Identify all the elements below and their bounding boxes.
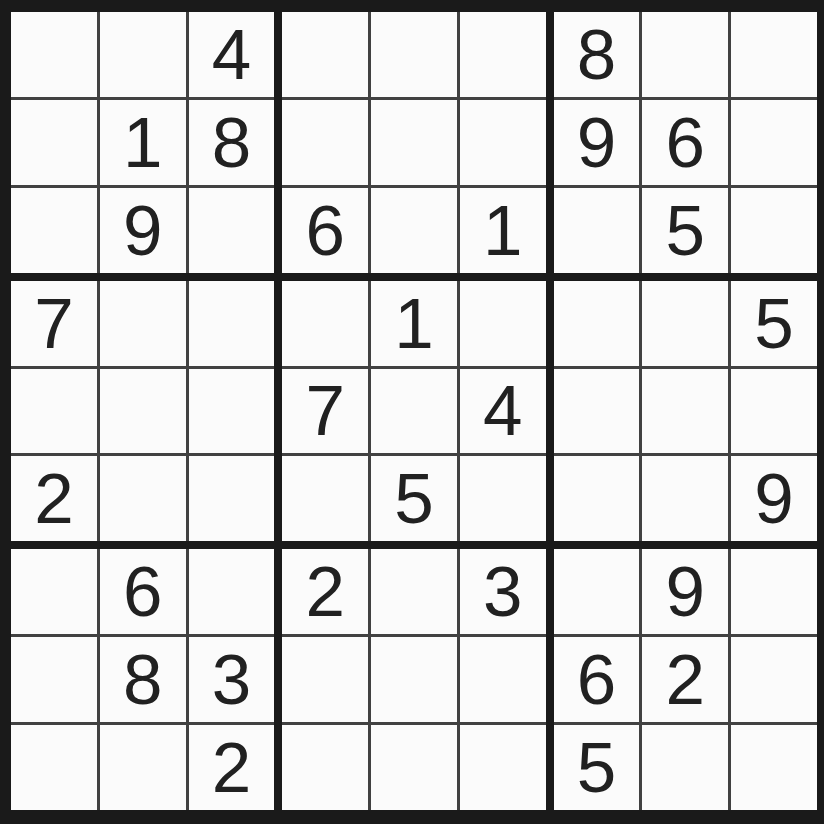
cell-r3c5[interactable] bbox=[371, 188, 457, 273]
cell-value: 1 bbox=[123, 107, 163, 178]
cell-r5c3[interactable] bbox=[189, 369, 275, 454]
cell-r3c7[interactable] bbox=[554, 188, 640, 273]
cell-r1c3[interactable]: 4 bbox=[189, 12, 275, 97]
cell-r8c9[interactable] bbox=[731, 637, 817, 722]
cell-r8c4[interactable] bbox=[282, 637, 368, 722]
cell-value: 6 bbox=[577, 644, 617, 715]
cell-r4c2[interactable] bbox=[100, 281, 186, 366]
cell-r3c1[interactable] bbox=[11, 188, 97, 273]
cell-value: 2 bbox=[34, 463, 74, 534]
cell-r4c9[interactable]: 5 bbox=[731, 281, 817, 366]
cell-r8c5[interactable] bbox=[371, 637, 457, 722]
cell-r5c6[interactable]: 4 bbox=[460, 369, 546, 454]
cell-r6c5[interactable]: 5 bbox=[371, 456, 457, 541]
cell-r6c6[interactable] bbox=[460, 456, 546, 541]
cell-value: 8 bbox=[212, 107, 252, 178]
cell-r6c7[interactable] bbox=[554, 456, 640, 541]
cell-r2c9[interactable] bbox=[731, 100, 817, 185]
cell-r5c9[interactable] bbox=[731, 369, 817, 454]
cell-r3c8[interactable]: 5 bbox=[642, 188, 728, 273]
cell-r9c1[interactable] bbox=[11, 725, 97, 810]
cell-r2c8[interactable]: 6 bbox=[642, 100, 728, 185]
cell-r7c1[interactable] bbox=[11, 549, 97, 634]
cell-r2c2[interactable]: 1 bbox=[100, 100, 186, 185]
cell-r4c6[interactable] bbox=[460, 281, 546, 366]
cell-r4c5[interactable]: 1 bbox=[371, 281, 457, 366]
cell-value: 2 bbox=[666, 644, 706, 715]
cell-r8c8[interactable]: 2 bbox=[642, 637, 728, 722]
cell-r3c9[interactable] bbox=[731, 188, 817, 273]
cell-value: 9 bbox=[123, 195, 163, 266]
cell-r1c5[interactable] bbox=[371, 12, 457, 97]
cell-r6c1[interactable]: 2 bbox=[11, 456, 97, 541]
cell-r3c6[interactable]: 1 bbox=[460, 188, 546, 273]
cell-r9c9[interactable] bbox=[731, 725, 817, 810]
cell-r8c7[interactable]: 6 bbox=[554, 637, 640, 722]
cell-value: 6 bbox=[123, 556, 163, 627]
cell-r4c4[interactable] bbox=[282, 281, 368, 366]
cell-r2c1[interactable] bbox=[11, 100, 97, 185]
cell-r9c7[interactable]: 5 bbox=[554, 725, 640, 810]
cell-r2c4[interactable] bbox=[282, 100, 368, 185]
cell-value: 8 bbox=[123, 644, 163, 715]
cell-value: 4 bbox=[212, 19, 252, 90]
cell-value: 9 bbox=[577, 107, 617, 178]
cell-r9c3[interactable]: 2 bbox=[189, 725, 275, 810]
cell-value: 1 bbox=[483, 195, 523, 266]
cell-r6c9[interactable]: 9 bbox=[731, 456, 817, 541]
cell-value: 1 bbox=[394, 288, 434, 359]
cell-r2c6[interactable] bbox=[460, 100, 546, 185]
box-4: 72 bbox=[11, 281, 274, 542]
cell-r1c1[interactable] bbox=[11, 12, 97, 97]
cell-r9c6[interactable] bbox=[460, 725, 546, 810]
cell-r7c8[interactable]: 9 bbox=[642, 549, 728, 634]
cell-r5c4[interactable]: 7 bbox=[282, 369, 368, 454]
cell-value: 5 bbox=[394, 463, 434, 534]
cell-r1c2[interactable] bbox=[100, 12, 186, 97]
cell-r5c2[interactable] bbox=[100, 369, 186, 454]
cell-r4c7[interactable] bbox=[554, 281, 640, 366]
cell-value: 5 bbox=[666, 195, 706, 266]
cell-value: 9 bbox=[666, 556, 706, 627]
cell-r7c2[interactable]: 6 bbox=[100, 549, 186, 634]
cell-r1c6[interactable] bbox=[460, 12, 546, 97]
box-9: 9625 bbox=[554, 549, 817, 810]
cell-r3c3[interactable] bbox=[189, 188, 275, 273]
cell-r4c3[interactable] bbox=[189, 281, 275, 366]
cell-r9c2[interactable] bbox=[100, 725, 186, 810]
cell-value: 3 bbox=[212, 644, 252, 715]
cell-r8c3[interactable]: 3 bbox=[189, 637, 275, 722]
cell-r6c2[interactable] bbox=[100, 456, 186, 541]
cell-r6c3[interactable] bbox=[189, 456, 275, 541]
cell-r8c2[interactable]: 8 bbox=[100, 637, 186, 722]
box-6: 59 bbox=[554, 281, 817, 542]
cell-r2c5[interactable] bbox=[371, 100, 457, 185]
cell-r7c9[interactable] bbox=[731, 549, 817, 634]
sudoku-board: 4189618965721745596832239625 bbox=[0, 0, 824, 824]
cell-value: 6 bbox=[666, 107, 706, 178]
cell-r6c4[interactable] bbox=[282, 456, 368, 541]
box-1: 4189 bbox=[11, 12, 274, 273]
cell-value: 5 bbox=[754, 288, 794, 359]
cell-value: 2 bbox=[212, 732, 252, 803]
cell-r8c1[interactable] bbox=[11, 637, 97, 722]
cell-r9c8[interactable] bbox=[642, 725, 728, 810]
cell-r7c7[interactable] bbox=[554, 549, 640, 634]
cell-r5c7[interactable] bbox=[554, 369, 640, 454]
cell-r7c3[interactable] bbox=[189, 549, 275, 634]
cell-r9c5[interactable] bbox=[371, 725, 457, 810]
cell-r7c6[interactable]: 3 bbox=[460, 549, 546, 634]
cell-r6c8[interactable] bbox=[642, 456, 728, 541]
box-3: 8965 bbox=[554, 12, 817, 273]
box-5: 1745 bbox=[282, 281, 545, 542]
cell-r1c9[interactable] bbox=[731, 12, 817, 97]
cell-value: 9 bbox=[754, 463, 794, 534]
cell-r4c1[interactable]: 7 bbox=[11, 281, 97, 366]
cell-value: 7 bbox=[305, 375, 345, 446]
cell-r4c8[interactable] bbox=[642, 281, 728, 366]
cell-r5c5[interactable] bbox=[371, 369, 457, 454]
cell-value: 6 bbox=[305, 195, 345, 266]
cell-r5c8[interactable] bbox=[642, 369, 728, 454]
cell-r1c7[interactable]: 8 bbox=[554, 12, 640, 97]
cell-value: 5 bbox=[577, 732, 617, 803]
cell-r5c1[interactable] bbox=[11, 369, 97, 454]
cell-value: 3 bbox=[483, 556, 523, 627]
cell-value: 4 bbox=[483, 375, 523, 446]
cell-r1c4[interactable] bbox=[282, 12, 368, 97]
cell-r2c7[interactable]: 9 bbox=[554, 100, 640, 185]
cell-r8c6[interactable] bbox=[460, 637, 546, 722]
cell-r7c5[interactable] bbox=[371, 549, 457, 634]
box-2: 61 bbox=[282, 12, 545, 273]
cell-r7c4[interactable]: 2 bbox=[282, 549, 368, 634]
box-7: 6832 bbox=[11, 549, 274, 810]
cell-r1c8[interactable] bbox=[642, 12, 728, 97]
cell-r9c4[interactable] bbox=[282, 725, 368, 810]
cell-r2c3[interactable]: 8 bbox=[189, 100, 275, 185]
cell-r3c4[interactable]: 6 bbox=[282, 188, 368, 273]
cell-value: 8 bbox=[577, 19, 617, 90]
box-8: 23 bbox=[282, 549, 545, 810]
cell-value: 7 bbox=[34, 288, 74, 359]
cell-r3c2[interactable]: 9 bbox=[100, 188, 186, 273]
cell-value: 2 bbox=[305, 556, 345, 627]
